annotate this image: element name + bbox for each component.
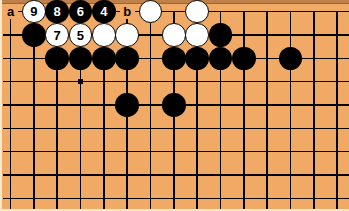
go-board-diagram: ab986475	[0, 0, 349, 211]
stone-black: 6	[69, 0, 93, 23]
board-bottom-border	[0, 209, 349, 211]
stone-white	[162, 23, 186, 47]
move-number: 7	[54, 29, 61, 42]
stone-white	[92, 23, 116, 47]
grid-line-vertical	[313, 11, 315, 209]
stone-white	[185, 0, 209, 23]
stone-white	[139, 0, 163, 23]
move-number: 8	[54, 5, 61, 18]
board-left-border	[0, 0, 2, 211]
stone-black	[162, 93, 186, 117]
stone-white	[185, 23, 209, 47]
stone-black	[92, 47, 116, 71]
stone-black: 8	[45, 0, 69, 23]
grid-line-vertical	[290, 11, 292, 209]
stone-black	[115, 47, 139, 71]
stone-white: 9	[22, 0, 46, 23]
stone-white: 5	[69, 23, 93, 47]
point-label-b: b	[120, 4, 135, 19]
grid-line-vertical	[10, 11, 12, 209]
stone-black	[115, 93, 139, 117]
stone-black	[209, 47, 233, 71]
move-number: 5	[77, 29, 84, 42]
move-number: 4	[100, 5, 107, 18]
stone-black	[185, 47, 209, 71]
stone-white	[115, 23, 139, 47]
stone-black	[232, 47, 256, 71]
grid-line-vertical	[150, 11, 152, 209]
grid-line-vertical	[266, 11, 268, 209]
grid-line-horizontal	[3, 198, 349, 200]
stone-black	[279, 47, 303, 71]
stone-white: 7	[45, 23, 69, 47]
stone-black	[209, 23, 233, 47]
grid-line-horizontal	[3, 174, 349, 176]
stone-black	[162, 47, 186, 71]
grid-line-vertical	[336, 11, 338, 209]
star-point	[78, 79, 83, 84]
stone-black	[22, 23, 46, 47]
grid-line-horizontal	[3, 151, 349, 153]
grid-line-vertical	[243, 11, 245, 209]
grid-line-horizontal	[3, 81, 349, 83]
point-label-a: a	[3, 4, 18, 19]
stone-black: 4	[92, 0, 116, 23]
move-number: 9	[30, 5, 37, 18]
stone-black	[45, 47, 69, 71]
grid-line-horizontal	[3, 128, 349, 130]
move-number: 6	[77, 5, 84, 18]
stone-black	[69, 47, 93, 71]
